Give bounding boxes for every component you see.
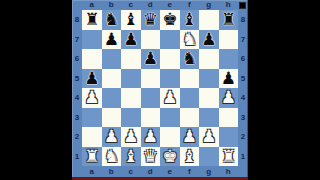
square-d3[interactable] <box>141 108 161 128</box>
coordinate-label: g <box>199 0 219 10</box>
file-labels-bottom: abcdefgh <box>72 166 248 177</box>
square-b1[interactable]: ♞ <box>102 147 122 167</box>
square-g1[interactable] <box>199 147 219 167</box>
piece-white-bishop: ♝ <box>123 147 138 167</box>
coordinate-label: g <box>199 167 219 177</box>
piece-white-pawn: ♟ <box>201 127 216 147</box>
piece-black-knight: ♞ <box>182 49 197 69</box>
piece-black-rook: ♜ <box>84 10 99 30</box>
piece-white-pawn: ♟ <box>162 88 177 108</box>
thumbnail-background: abcdefgh 87654321 ♜♞♝♛♚♝♜♟♟♞♟♟♞♟♟♟♟♟♟♟♟♟… <box>0 0 320 180</box>
coordinate-label: 4 <box>72 88 82 108</box>
coordinate-label: 1 <box>72 147 82 167</box>
piece-white-knight: ♞ <box>104 147 119 167</box>
coordinate-label: 3 <box>72 108 82 128</box>
square-g7[interactable]: ♟ <box>199 30 219 50</box>
coordinate-label: 1 <box>238 147 248 167</box>
coordinate-label: 5 <box>238 69 248 89</box>
coordinate-label: 7 <box>238 30 248 50</box>
square-c6[interactable] <box>121 49 141 69</box>
square-h6[interactable] <box>219 49 239 69</box>
coordinate-label: 8 <box>238 10 248 30</box>
piece-black-rook: ♜ <box>221 10 236 30</box>
square-b2[interactable]: ♟ <box>102 127 122 147</box>
black-to-move-indicator <box>239 2 246 9</box>
piece-white-pawn: ♟ <box>143 127 158 147</box>
square-a3[interactable] <box>82 108 102 128</box>
square-a8[interactable]: ♜ <box>82 10 102 30</box>
square-g6[interactable] <box>199 49 219 69</box>
square-e1[interactable]: ♚ <box>160 147 180 167</box>
square-d8[interactable]: ♛ <box>141 10 161 30</box>
coordinate-label: c <box>121 0 141 10</box>
piece-black-pawn: ♟ <box>143 49 158 69</box>
square-c8[interactable]: ♝ <box>121 10 141 30</box>
rank-labels-left: 87654321 <box>72 10 82 166</box>
square-h1[interactable]: ♜ <box>219 147 239 167</box>
square-b5[interactable] <box>102 69 122 89</box>
square-e7[interactable] <box>160 30 180 50</box>
piece-white-rook: ♜ <box>84 147 99 167</box>
square-b8[interactable]: ♞ <box>102 10 122 30</box>
piece-white-pawn: ♟ <box>104 127 119 147</box>
square-f2[interactable]: ♟ <box>180 127 200 147</box>
square-h8[interactable]: ♜ <box>219 10 239 30</box>
coordinate-label: a <box>82 167 102 177</box>
square-f3[interactable] <box>180 108 200 128</box>
square-e3[interactable] <box>160 108 180 128</box>
coordinate-label: 2 <box>238 127 248 147</box>
square-g8[interactable] <box>199 10 219 30</box>
coordinate-label: 8 <box>72 10 82 30</box>
piece-white-king: ♚ <box>162 147 177 167</box>
piece-black-pawn: ♟ <box>123 30 138 50</box>
square-d4[interactable] <box>141 88 161 108</box>
coordinate-label: h <box>219 167 239 177</box>
square-f1[interactable]: ♝ <box>180 147 200 167</box>
coordinate-label: b <box>102 0 122 10</box>
square-c2[interactable]: ♟ <box>121 127 141 147</box>
coordinate-label: a <box>82 0 102 10</box>
board-middle: 87654321 ♜♞♝♛♚♝♜♟♟♞♟♟♞♟♟♟♟♟♟♟♟♟♟♜♞♝♛♚♝♜ … <box>72 10 248 166</box>
coordinate-label: e <box>160 167 180 177</box>
square-f5[interactable] <box>180 69 200 89</box>
square-d7[interactable] <box>141 30 161 50</box>
square-f7[interactable]: ♞ <box>180 30 200 50</box>
coordinate-label: d <box>141 167 161 177</box>
square-e4[interactable]: ♟ <box>160 88 180 108</box>
square-b4[interactable] <box>102 88 122 108</box>
square-h5[interactable]: ♟ <box>219 69 239 89</box>
square-c3[interactable] <box>121 108 141 128</box>
file-labels-top: abcdefgh <box>72 0 248 10</box>
square-g3[interactable] <box>199 108 219 128</box>
piece-white-queen: ♛ <box>143 147 158 167</box>
piece-black-knight: ♞ <box>104 10 119 30</box>
square-a2[interactable] <box>82 127 102 147</box>
square-c7[interactable]: ♟ <box>121 30 141 50</box>
coordinate-label: 6 <box>72 49 82 69</box>
piece-white-pawn: ♟ <box>182 127 197 147</box>
coordinate-label: 3 <box>238 108 248 128</box>
square-a6[interactable] <box>82 49 102 69</box>
piece-white-pawn: ♟ <box>221 88 236 108</box>
piece-black-pawn: ♟ <box>84 69 99 89</box>
coordinate-label: b <box>102 167 122 177</box>
square-h2[interactable] <box>219 127 239 147</box>
piece-white-rook: ♜ <box>221 147 236 167</box>
chess-board: abcdefgh 87654321 ♜♞♝♛♚♝♜♟♟♞♟♟♞♟♟♟♟♟♟♟♟♟… <box>72 0 248 180</box>
square-f6[interactable]: ♞ <box>180 49 200 69</box>
piece-black-king: ♚ <box>162 10 177 30</box>
square-c1[interactable]: ♝ <box>121 147 141 167</box>
board-grid: ♜♞♝♛♚♝♜♟♟♞♟♟♞♟♟♟♟♟♟♟♟♟♟♜♞♝♛♚♝♜ <box>82 10 238 166</box>
square-h3[interactable] <box>219 108 239 128</box>
piece-black-bishop: ♝ <box>182 10 197 30</box>
piece-black-bishop: ♝ <box>123 10 138 30</box>
square-b7[interactable]: ♟ <box>102 30 122 50</box>
square-g2[interactable]: ♟ <box>199 127 219 147</box>
piece-white-pawn: ♟ <box>84 88 99 108</box>
coordinate-label: 7 <box>72 30 82 50</box>
square-f4[interactable] <box>180 88 200 108</box>
square-g4[interactable] <box>199 88 219 108</box>
coordinate-label: f <box>180 0 200 10</box>
coordinate-label: 4 <box>238 88 248 108</box>
square-h7[interactable] <box>219 30 239 50</box>
square-a5[interactable]: ♟ <box>82 69 102 89</box>
rank-labels-right: 87654321 <box>238 10 248 166</box>
square-e8[interactable]: ♚ <box>160 10 180 30</box>
coordinate-label: e <box>160 0 180 10</box>
square-b6[interactable] <box>102 49 122 69</box>
piece-white-knight: ♞ <box>182 30 197 50</box>
coordinate-label: c <box>121 167 141 177</box>
coordinate-label: f <box>180 167 200 177</box>
square-a7[interactable] <box>82 30 102 50</box>
bottom-accent-strip <box>72 177 248 180</box>
piece-black-pawn: ♟ <box>104 30 119 50</box>
coordinate-label: 6 <box>238 49 248 69</box>
square-c5[interactable] <box>121 69 141 89</box>
square-c4[interactable] <box>121 88 141 108</box>
square-d1[interactable]: ♛ <box>141 147 161 167</box>
square-f8[interactable]: ♝ <box>180 10 200 30</box>
coordinate-label: 2 <box>72 127 82 147</box>
coordinate-label: 5 <box>72 69 82 89</box>
square-b3[interactable] <box>102 108 122 128</box>
square-e6[interactable] <box>160 49 180 69</box>
square-g5[interactable] <box>199 69 219 89</box>
square-e5[interactable] <box>160 69 180 89</box>
square-d2[interactable]: ♟ <box>141 127 161 147</box>
square-h4[interactable]: ♟ <box>219 88 239 108</box>
coordinate-label: d <box>141 0 161 10</box>
square-a4[interactable]: ♟ <box>82 88 102 108</box>
piece-white-pawn: ♟ <box>123 127 138 147</box>
piece-black-queen: ♛ <box>143 10 158 30</box>
square-e2[interactable] <box>160 127 180 147</box>
square-d5[interactable] <box>141 69 161 89</box>
square-d6[interactable]: ♟ <box>141 49 161 69</box>
piece-white-bishop: ♝ <box>182 147 197 167</box>
piece-black-pawn: ♟ <box>201 30 216 50</box>
piece-black-pawn: ♟ <box>221 69 236 89</box>
coordinate-label: h <box>219 0 239 10</box>
square-a1[interactable]: ♜ <box>82 147 102 167</box>
